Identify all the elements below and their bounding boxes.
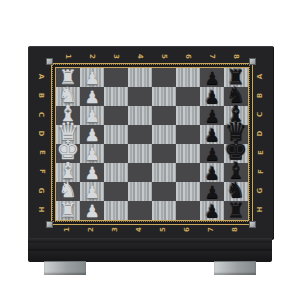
- square-e2[interactable]: ♟: [80, 144, 104, 163]
- square-b7[interactable]: ♟: [200, 87, 224, 106]
- square-e7[interactable]: ♟: [200, 144, 224, 163]
- file-labels-right: ABCDEFGH: [255, 67, 267, 219]
- piece-white-P-d2[interactable]: ♟: [84, 127, 99, 144]
- rank-label-1: 1: [64, 54, 71, 59]
- rank-label-8: 8: [232, 227, 239, 232]
- square-g5[interactable]: [152, 182, 176, 201]
- square-c5[interactable]: [152, 106, 176, 125]
- chess-set-photo: 12345678 12345678 ABCDEFGH ABCDEFGH ♜♟♟♜…: [0, 0, 300, 300]
- file-label-H: H: [257, 207, 264, 213]
- rank-label-3: 3: [112, 54, 119, 59]
- square-a4[interactable]: [128, 68, 152, 87]
- square-h1[interactable]: ♜: [56, 201, 80, 220]
- rank-label-5: 5: [160, 227, 167, 232]
- rank-label-1: 1: [64, 227, 71, 232]
- piece-black-P-a7[interactable]: ♟: [204, 70, 219, 87]
- square-f6[interactable]: [176, 163, 200, 182]
- square-c2[interactable]: ♟: [80, 106, 104, 125]
- file-label-D: D: [258, 131, 265, 137]
- square-d6[interactable]: [176, 125, 200, 144]
- file-label-B: B: [258, 93, 265, 98]
- square-e5[interactable]: [152, 144, 176, 163]
- piece-black-P-d7[interactable]: ♟: [204, 127, 219, 144]
- file-label-A: A: [37, 74, 44, 79]
- square-g3[interactable]: [104, 182, 128, 201]
- file-label-H: H: [37, 207, 44, 213]
- square-b4[interactable]: [128, 87, 152, 106]
- square-h8[interactable]: ♜: [224, 201, 248, 220]
- rank-labels-bottom: 12345678: [55, 224, 247, 235]
- rank-label-7: 7: [208, 227, 215, 232]
- piece-black-P-e7[interactable]: ♟: [204, 146, 219, 163]
- square-b5[interactable]: [152, 87, 176, 106]
- file-label-G: G: [258, 188, 265, 194]
- piece-white-P-f2[interactable]: ♟: [84, 165, 99, 182]
- square-h6[interactable]: [176, 201, 200, 220]
- square-d7[interactable]: ♟: [200, 125, 224, 144]
- rank-label-3: 3: [112, 227, 119, 232]
- file-label-C: C: [257, 112, 264, 117]
- piece-white-P-g2[interactable]: ♟: [84, 184, 99, 201]
- square-g6[interactable]: [176, 182, 200, 201]
- board-foot-right: [214, 261, 256, 275]
- square-d4[interactable]: [128, 125, 152, 144]
- board-grid: ♜♟♟♜♞♟♟♞♝♟♟♝♛♟♟♛♚♟♟♚♝♟♟♝♞♟♟♞♜♟♟♜: [55, 67, 249, 221]
- square-a2[interactable]: ♟: [80, 68, 104, 87]
- square-f7[interactable]: ♟: [200, 163, 224, 182]
- file-labels-left: ABCDEFGH: [35, 67, 47, 219]
- box-base: [28, 238, 272, 262]
- square-a3[interactable]: [104, 68, 128, 87]
- square-c3[interactable]: [104, 106, 128, 125]
- piece-white-R-h1[interactable]: ♜: [59, 200, 77, 220]
- board-foot-left: [44, 261, 86, 275]
- square-a7[interactable]: ♟: [200, 68, 224, 87]
- square-c6[interactable]: [176, 106, 200, 125]
- file-label-B: B: [38, 93, 45, 98]
- piece-black-P-c7[interactable]: ♟: [204, 108, 219, 125]
- rank-label-8: 8: [232, 54, 239, 59]
- file-label-E: E: [37, 150, 44, 155]
- file-label-F: F: [37, 169, 44, 174]
- piece-white-P-a2[interactable]: ♟: [84, 70, 99, 87]
- square-b2[interactable]: ♟: [80, 87, 104, 106]
- piece-black-P-h7[interactable]: ♟: [204, 203, 219, 220]
- square-d5[interactable]: [152, 125, 176, 144]
- corner-fitting-top-right: [249, 58, 256, 65]
- rank-label-7: 7: [208, 54, 215, 59]
- file-label-C: C: [37, 112, 44, 117]
- square-b3[interactable]: [104, 87, 128, 106]
- rank-label-6: 6: [184, 54, 191, 59]
- square-c7[interactable]: ♟: [200, 106, 224, 125]
- piece-white-P-c2[interactable]: ♟: [84, 108, 99, 125]
- piece-black-P-b7[interactable]: ♟: [204, 89, 219, 106]
- square-a6[interactable]: [176, 68, 200, 87]
- corner-fitting-bottom-left: [46, 221, 53, 228]
- square-e4[interactable]: [128, 144, 152, 163]
- piece-black-P-f7[interactable]: ♟: [204, 165, 219, 182]
- piece-white-P-b2[interactable]: ♟: [84, 89, 99, 106]
- playing-field: ♜♟♟♜♞♟♟♞♝♟♟♝♛♟♟♛♚♟♟♚♝♟♟♝♞♟♟♞♜♟♟♜: [55, 67, 247, 219]
- chess-board: 12345678 12345678 ABCDEFGH ABCDEFGH ♜♟♟♜…: [28, 46, 274, 239]
- square-h2[interactable]: ♟: [80, 201, 104, 220]
- square-h7[interactable]: ♟: [200, 201, 224, 220]
- file-label-A: A: [257, 74, 264, 79]
- square-e6[interactable]: [176, 144, 200, 163]
- square-h4[interactable]: [128, 201, 152, 220]
- corner-fitting-bottom-right: [249, 221, 256, 228]
- rank-label-6: 6: [184, 227, 191, 232]
- square-e3[interactable]: [104, 144, 128, 163]
- square-g2[interactable]: ♟: [80, 182, 104, 201]
- file-label-G: G: [38, 188, 45, 194]
- piece-white-P-e2[interactable]: ♟: [84, 146, 99, 163]
- rank-label-4: 4: [136, 227, 143, 232]
- file-label-F: F: [257, 169, 264, 174]
- corner-fitting-top-left: [46, 58, 53, 65]
- square-g7[interactable]: ♟: [200, 182, 224, 201]
- square-h5[interactable]: [152, 201, 176, 220]
- piece-black-P-g7[interactable]: ♟: [204, 184, 219, 201]
- rank-label-2: 2: [88, 54, 95, 59]
- rank-label-5: 5: [160, 54, 167, 59]
- file-label-D: D: [38, 131, 45, 137]
- rank-labels-top: 12345678: [55, 51, 247, 62]
- square-f2[interactable]: ♟: [80, 163, 104, 182]
- rank-label-2: 2: [88, 227, 95, 232]
- square-f5[interactable]: [152, 163, 176, 182]
- square-d3[interactable]: [104, 125, 128, 144]
- square-a5[interactable]: [152, 68, 176, 87]
- piece-white-P-h2[interactable]: ♟: [84, 203, 99, 220]
- piece-black-R-h8[interactable]: ♜: [227, 200, 245, 220]
- file-label-E: E: [257, 150, 264, 155]
- rank-label-4: 4: [136, 54, 143, 59]
- square-f3[interactable]: [104, 163, 128, 182]
- square-b6[interactable]: [176, 87, 200, 106]
- square-g4[interactable]: [128, 182, 152, 201]
- square-c4[interactable]: [128, 106, 152, 125]
- square-d2[interactable]: ♟: [80, 125, 104, 144]
- square-h3[interactable]: [104, 201, 128, 220]
- square-f4[interactable]: [128, 163, 152, 182]
